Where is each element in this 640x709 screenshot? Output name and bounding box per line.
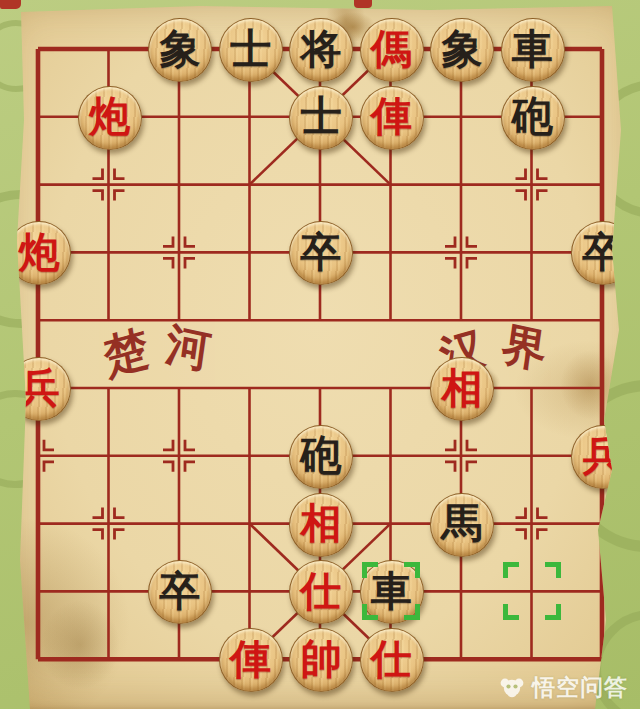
piece-character: 卒 [583,232,624,273]
piece-character: 俥 [230,639,271,680]
piece-black-elephant[interactable]: 象 [430,18,494,82]
top-scrap-middle [354,0,372,8]
piece-black-cannon[interactable]: 砲 [501,86,565,150]
river-character: 河 [162,315,214,384]
piece-red-elephant[interactable]: 相 [430,357,494,421]
top-scrap-left [0,0,21,9]
app-root: 楚河 汉界 象士将傌象車炮士俥砲炮卒卒兵相砲兵相馬卒仕車俥帥仕 悟空问答 [0,0,640,709]
piece-black-soldier[interactable]: 卒 [148,560,212,624]
piece-red-general[interactable]: 帥 [289,628,353,692]
piece-character: 車 [371,571,412,612]
wukong-logo-icon [498,675,526,701]
piece-black-general[interactable]: 将 [289,18,353,82]
piece-character: 傌 [371,29,412,70]
piece-character: 仕 [301,571,342,612]
river-character: 楚 [100,318,154,390]
piece-red-elephant[interactable]: 相 [289,493,353,557]
watermark-text: 悟空问答 [532,672,628,703]
piece-character: 卒 [301,232,342,273]
piece-black-advisor[interactable]: 士 [219,18,283,82]
piece-red-cannon[interactable]: 炮 [78,86,142,150]
river-label-chu-he: 楚河 [104,324,210,384]
piece-black-elephant[interactable]: 象 [148,18,212,82]
piece-character: 士 [230,29,271,70]
piece-character: 帥 [301,639,342,680]
piece-character: 仕 [371,639,412,680]
piece-character: 炮 [19,232,60,273]
piece-character: 将 [301,29,342,70]
piece-character: 砲 [512,96,553,137]
game-board-paper: 楚河 汉界 象士将傌象車炮士俥砲炮卒卒兵相砲兵相馬卒仕車俥帥仕 [0,0,640,709]
piece-character: 士 [301,96,342,137]
piece-character: 炮 [89,96,130,137]
piece-red-advisor[interactable]: 仕 [289,560,353,624]
watermark: 悟空问答 [498,672,628,703]
piece-character: 馬 [442,503,483,544]
piece-character: 相 [442,368,483,409]
piece-black-soldier[interactable]: 卒 [571,221,635,285]
piece-red-advisor[interactable]: 仕 [360,628,424,692]
piece-red-chariot[interactable]: 俥 [360,86,424,150]
piece-red-chariot[interactable]: 俥 [219,628,283,692]
piece-character: 俥 [371,96,412,137]
piece-black-soldier[interactable]: 卒 [289,221,353,285]
piece-black-chariot[interactable]: 車 [501,18,565,82]
piece-character: 象 [160,29,201,70]
piece-black-chariot[interactable]: 車 [360,560,424,624]
piece-black-cannon[interactable]: 砲 [289,425,353,489]
piece-character: 相 [301,503,342,544]
river-character: 界 [498,315,550,384]
piece-character: 象 [442,29,483,70]
piece-character: 卒 [160,571,201,612]
piece-character: 砲 [301,435,342,476]
piece-black-horse[interactable]: 馬 [430,493,494,557]
piece-black-advisor[interactable]: 士 [289,86,353,150]
piece-character: 車 [512,29,553,70]
piece-red-horse[interactable]: 傌 [360,18,424,82]
